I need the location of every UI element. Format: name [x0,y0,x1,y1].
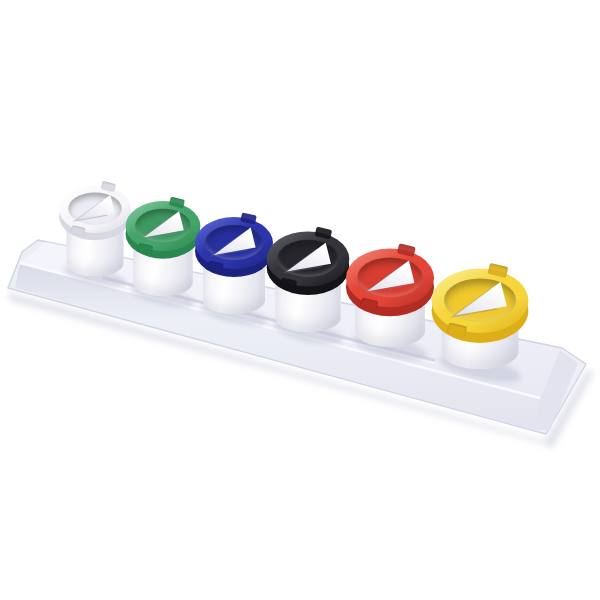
paint-pot-yellow-lid [424,265,536,426]
product-photo [0,0,600,600]
